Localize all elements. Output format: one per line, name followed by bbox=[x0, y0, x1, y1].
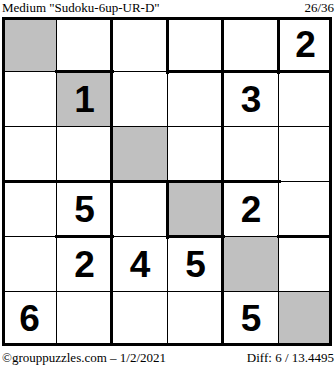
grid-line bbox=[221, 126, 281, 127]
grid-line bbox=[55, 70, 114, 73]
cell-r6c5[interactable]: 5 bbox=[223, 292, 279, 346]
grid-line bbox=[55, 126, 114, 127]
cell-r6c6[interactable] bbox=[279, 292, 332, 346]
copyright-date: ©grouppuzzles.com – 1/2/2021 bbox=[2, 350, 166, 365]
grid-line bbox=[110, 125, 113, 184]
cell-r1c4[interactable] bbox=[168, 17, 223, 72]
difficulty-value: Diff: 6 / 13.4495 bbox=[247, 350, 334, 365]
grid-line bbox=[110, 17, 113, 74]
cell-r5c5[interactable] bbox=[223, 237, 279, 292]
grid-line bbox=[2, 126, 59, 127]
grid-line bbox=[221, 180, 224, 239]
grid-line bbox=[110, 180, 170, 183]
cell-r3c6[interactable] bbox=[279, 127, 332, 182]
cell-r4c1[interactable] bbox=[2, 182, 57, 237]
cell-r5c1[interactable] bbox=[2, 237, 57, 292]
cell-r5c2[interactable]: 2 bbox=[57, 237, 112, 292]
grid-line bbox=[56, 180, 57, 239]
grid-line bbox=[2, 343, 332, 346]
grid-line bbox=[329, 17, 332, 346]
grid-line bbox=[221, 236, 281, 237]
cell-r4c3[interactable] bbox=[112, 182, 168, 237]
grid-line bbox=[2, 291, 59, 292]
grid-line bbox=[278, 125, 279, 184]
puzzle-title: Medium "Sudoku-6up-UR-D" bbox=[2, 0, 160, 15]
grid-line bbox=[277, 235, 332, 238]
cell-r1c1[interactable] bbox=[2, 17, 57, 72]
cell-r3c1[interactable] bbox=[2, 127, 57, 182]
grid-line bbox=[2, 17, 5, 346]
grid-line bbox=[221, 235, 224, 294]
grid-line bbox=[277, 126, 332, 127]
grid-line bbox=[56, 235, 57, 294]
grid-line bbox=[110, 291, 170, 292]
cell-r2c3[interactable] bbox=[112, 72, 168, 127]
grid-line bbox=[167, 290, 168, 346]
grid-line bbox=[110, 290, 113, 346]
cell-r1c5[interactable] bbox=[223, 17, 279, 72]
sudoku-board: 2135224565 bbox=[2, 17, 332, 346]
cell-r4c2[interactable]: 5 bbox=[57, 182, 112, 237]
grid-line bbox=[166, 180, 169, 239]
cell-r1c6[interactable]: 2 bbox=[279, 17, 332, 72]
cell-r6c4[interactable] bbox=[168, 292, 223, 346]
grid-line bbox=[277, 17, 280, 74]
grid-line bbox=[166, 180, 225, 183]
cell-r5c3[interactable]: 4 bbox=[112, 237, 168, 292]
grid-line bbox=[110, 236, 170, 237]
grid-line bbox=[166, 17, 169, 74]
grid-line bbox=[55, 291, 114, 292]
grid-line bbox=[277, 181, 332, 182]
grid-line bbox=[56, 70, 57, 129]
grid-line bbox=[277, 70, 332, 73]
cell-r3c4[interactable] bbox=[168, 127, 223, 182]
cell-r6c2[interactable] bbox=[57, 292, 112, 346]
cell-r4c5[interactable]: 2 bbox=[223, 182, 279, 237]
grid-line bbox=[56, 125, 57, 184]
grid-line bbox=[221, 125, 224, 184]
grid-line bbox=[278, 70, 279, 129]
grid-line bbox=[221, 180, 281, 183]
puzzle-page: Medium "Sudoku-6up-UR-D" 26/36 213522456… bbox=[0, 0, 336, 370]
cell-r4c6[interactable] bbox=[279, 182, 332, 237]
cell-r6c3[interactable] bbox=[112, 292, 168, 346]
grid-line bbox=[110, 70, 113, 129]
grid-line bbox=[278, 235, 279, 294]
grid-line bbox=[221, 17, 224, 74]
grid-line bbox=[167, 235, 168, 294]
cell-r3c5[interactable] bbox=[223, 127, 279, 182]
grid-line bbox=[2, 17, 332, 20]
grid-line bbox=[221, 70, 281, 73]
grid-line bbox=[221, 290, 224, 346]
cell-r2c6[interactable] bbox=[279, 72, 332, 127]
cell-r2c2[interactable]: 1 bbox=[57, 72, 112, 127]
grid-line bbox=[221, 291, 281, 292]
cell-r6c1[interactable]: 6 bbox=[2, 292, 57, 346]
grid-line bbox=[166, 126, 225, 127]
grid-line bbox=[56, 290, 57, 346]
grid-line bbox=[56, 17, 57, 74]
cell-r5c6[interactable] bbox=[279, 237, 332, 292]
puzzle-number: 26/36 bbox=[304, 0, 334, 15]
cell-r4c4[interactable] bbox=[168, 182, 223, 237]
cell-r3c2[interactable] bbox=[57, 127, 112, 182]
footer: ©grouppuzzles.com – 1/2/2021 Diff: 6 / 1… bbox=[2, 350, 334, 365]
grid-line bbox=[55, 235, 114, 238]
grid-line bbox=[110, 235, 113, 294]
grid-line bbox=[166, 291, 225, 292]
grid-line bbox=[166, 235, 225, 238]
grid-line bbox=[278, 290, 279, 346]
cell-r5c4[interactable]: 5 bbox=[168, 237, 223, 292]
cell-r2c1[interactable] bbox=[2, 72, 57, 127]
cell-r2c5[interactable]: 3 bbox=[223, 72, 279, 127]
cell-r3c3[interactable] bbox=[112, 127, 168, 182]
header: Medium "Sudoku-6up-UR-D" 26/36 bbox=[2, 0, 334, 16]
grid-line bbox=[278, 180, 279, 239]
grid-line bbox=[110, 180, 113, 239]
grid-line bbox=[167, 125, 168, 184]
grid-line bbox=[110, 126, 170, 127]
cell-r2c4[interactable] bbox=[168, 72, 223, 127]
grid-line bbox=[166, 70, 225, 73]
grid-line bbox=[2, 236, 59, 237]
grid-line bbox=[2, 71, 59, 72]
cell-r1c3[interactable] bbox=[112, 17, 168, 72]
grid-line bbox=[2, 180, 59, 183]
grid-line bbox=[110, 71, 170, 72]
cell-r1c2[interactable] bbox=[57, 17, 112, 72]
grid-line bbox=[55, 180, 114, 183]
grid-line bbox=[167, 70, 168, 129]
grid-line bbox=[221, 70, 224, 129]
grid-line bbox=[277, 291, 332, 292]
